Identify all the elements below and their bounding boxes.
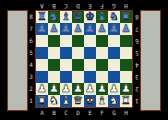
rank-label-8: 8 (28, 11, 34, 23)
square-g6[interactable] (108, 35, 120, 47)
square-e5[interactable] (84, 47, 96, 59)
file-label-b: B (48, 2, 60, 10)
file-label-g: G (108, 2, 120, 10)
square-b1[interactable]: ♞ (48, 95, 60, 107)
piece-black-pawn[interactable]: ♟ (121, 23, 131, 35)
square-f7[interactable]: ♟ (96, 23, 108, 35)
file-label-a: A (36, 2, 48, 10)
square-c6[interactable] (60, 35, 72, 47)
rank-label-6: 6 (28, 35, 34, 47)
file-labels-bottom: ABCDEFGH (36, 109, 132, 117)
rank-label-7: 7 (134, 23, 140, 35)
square-e7[interactable]: ♟ (84, 23, 96, 35)
piece-white-rook[interactable]: ♜ (37, 95, 47, 107)
square-b5[interactable] (48, 47, 60, 59)
file-label-e: E (84, 2, 96, 10)
square-e4[interactable] (84, 59, 96, 71)
rank-label-5: 5 (134, 47, 140, 59)
square-g4[interactable] (108, 59, 120, 71)
square-b7[interactable]: ♟ (48, 23, 60, 35)
square-b4[interactable] (48, 59, 60, 71)
file-label-d: D (72, 109, 84, 117)
square-b6[interactable] (48, 35, 60, 47)
piece-black-pawn[interactable]: ♟ (97, 23, 107, 35)
square-c4[interactable] (60, 59, 72, 71)
piece-black-pawn[interactable]: ♟ (109, 23, 119, 35)
file-label-h: H (120, 109, 132, 117)
piece-white-rook[interactable]: ♜ (121, 95, 131, 107)
square-h6[interactable] (120, 35, 132, 47)
square-f4[interactable] (96, 59, 108, 71)
square-a5[interactable] (36, 47, 48, 59)
square-d4[interactable] (72, 59, 84, 71)
file-label-c: C (60, 2, 72, 10)
rank-labels-right: 87654321 (134, 11, 140, 107)
piece-white-bishop[interactable]: ♝ (97, 95, 107, 107)
rank-label-3: 3 (134, 71, 140, 83)
file-label-f: F (96, 2, 108, 10)
square-h7[interactable]: ♟ (120, 23, 132, 35)
piece-black-pawn[interactable]: ♟ (49, 23, 59, 35)
file-label-a: A (36, 109, 48, 117)
rank-label-3: 3 (28, 71, 34, 83)
square-d7[interactable]: ♟ (72, 23, 84, 35)
board: ♜♞♝♛♚♝♞♜♟♟♟♟♟♟♟♟♟♟♟♟♟♟♟♟♜♞♝♛♚♝♞♜ (36, 11, 132, 107)
file-label-g: G (108, 109, 120, 117)
file-label-d: D (72, 2, 84, 10)
square-h5[interactable] (120, 47, 132, 59)
piece-white-queen[interactable]: ♛ (73, 95, 83, 107)
file-label-b: B (48, 109, 60, 117)
rank-label-2: 2 (134, 83, 140, 95)
piece-white-bishop[interactable]: ♝ (61, 95, 71, 107)
square-c5[interactable] (60, 47, 72, 59)
file-label-c: C (60, 109, 72, 117)
file-label-h: H (120, 2, 132, 10)
rank-label-5: 5 (28, 47, 34, 59)
file-label-f: F (96, 109, 108, 117)
square-a4[interactable] (36, 59, 48, 71)
square-g1[interactable]: ♞ (108, 95, 120, 107)
rank-label-7: 7 (28, 23, 34, 35)
piece-white-king[interactable]: ♚ (85, 95, 95, 107)
board-frame: ♜♞♝♛♚♝♞♜♟♟♟♟♟♟♟♟♟♟♟♟♟♟♟♟♜♞♝♛♚♝♞♜ (35, 10, 133, 108)
square-h4[interactable] (120, 59, 132, 71)
square-a6[interactable] (36, 35, 48, 47)
left-side-panel (7, 10, 28, 111)
square-d1[interactable]: ♛ (72, 95, 84, 107)
chess-app-screen: ABCDEFGH 87654321 ♜♞♝♛♚♝♞♜♟♟♟♟♟♟♟♟♟♟♟♟♟♟… (0, 0, 168, 120)
square-a1[interactable]: ♜ (36, 95, 48, 107)
piece-black-pawn[interactable]: ♟ (37, 23, 47, 35)
piece-black-pawn[interactable]: ♟ (85, 23, 95, 35)
rank-label-8: 8 (134, 11, 140, 23)
square-a7[interactable]: ♟ (36, 23, 48, 35)
square-c7[interactable]: ♟ (60, 23, 72, 35)
square-d6[interactable] (72, 35, 84, 47)
piece-black-pawn[interactable]: ♟ (73, 23, 83, 35)
rank-label-6: 6 (134, 35, 140, 47)
rank-label-2: 2 (28, 83, 34, 95)
file-labels-top: ABCDEFGH (36, 2, 132, 10)
rank-labels-left: 87654321 (28, 11, 34, 107)
rank-label-1: 1 (134, 95, 140, 107)
square-f5[interactable] (96, 47, 108, 59)
square-c1[interactable]: ♝ (60, 95, 72, 107)
square-h1[interactable]: ♜ (120, 95, 132, 107)
piece-white-knight[interactable]: ♞ (49, 95, 59, 107)
square-e1[interactable]: ♚ (84, 95, 96, 107)
file-label-e: E (84, 109, 96, 117)
square-f6[interactable] (96, 35, 108, 47)
piece-white-knight[interactable]: ♞ (109, 95, 119, 107)
square-d5[interactable] (72, 47, 84, 59)
rank-label-4: 4 (134, 59, 140, 71)
square-f1[interactable]: ♝ (96, 95, 108, 107)
right-side-panel (140, 10, 161, 111)
square-g5[interactable] (108, 47, 120, 59)
square-g7[interactable]: ♟ (108, 23, 120, 35)
rank-label-1: 1 (28, 95, 34, 107)
rank-label-4: 4 (28, 59, 34, 71)
square-e6[interactable] (84, 35, 96, 47)
piece-black-pawn[interactable]: ♟ (61, 23, 71, 35)
